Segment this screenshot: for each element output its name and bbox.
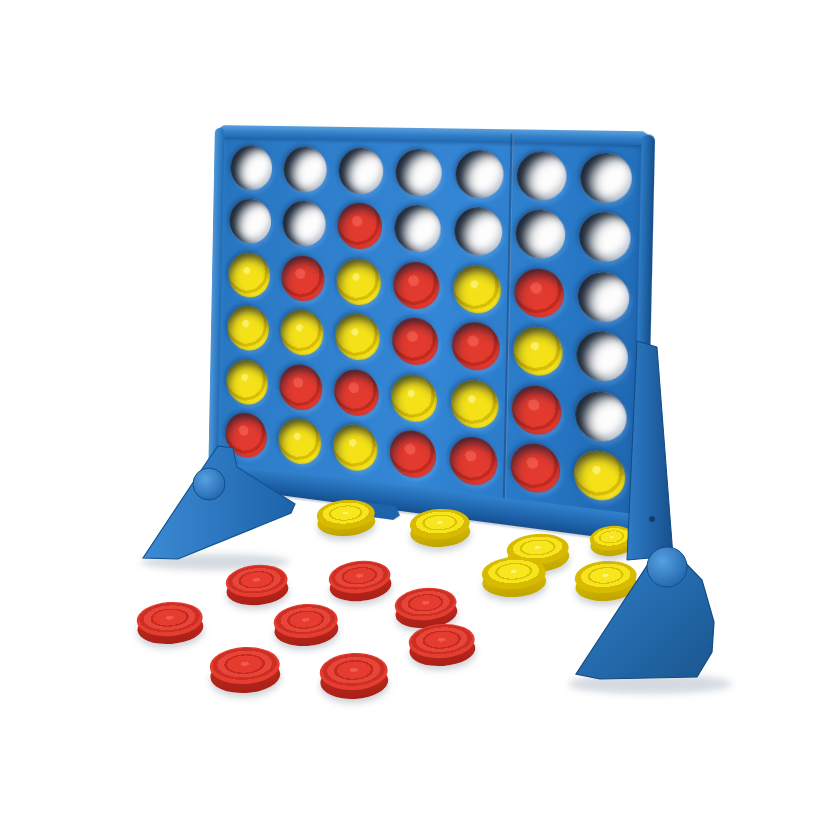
loose-red-disc bbox=[273, 602, 340, 648]
scene bbox=[0, 0, 840, 840]
loose-red-disc bbox=[209, 645, 281, 695]
loose-red-disc bbox=[327, 558, 393, 604]
loose-red-disc bbox=[136, 600, 205, 647]
loose-red-layer bbox=[0, 0, 840, 840]
loose-red-disc bbox=[408, 622, 477, 669]
loose-red-disc bbox=[224, 562, 289, 607]
loose-red-disc bbox=[319, 651, 389, 700]
